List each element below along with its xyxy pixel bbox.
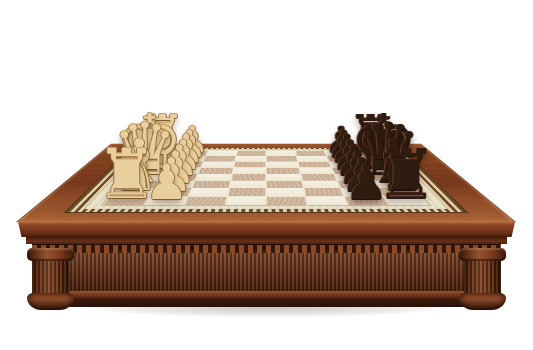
square-d4[interactable]	[230, 174, 266, 181]
corner-column-right	[459, 248, 506, 310]
square-d5[interactable]	[266, 174, 302, 181]
square-a5[interactable]	[266, 196, 307, 205]
column-capital	[459, 248, 506, 261]
dentil-molding	[32, 244, 501, 253]
base-plinth	[44, 300, 489, 307]
fluted-frieze-panel	[44, 253, 489, 291]
square-b4[interactable]	[227, 188, 266, 196]
column-shaft	[32, 261, 69, 294]
base-molding	[38, 291, 495, 300]
square-c5[interactable]	[266, 181, 303, 188]
piece-white-rook[interactable]: ♜	[96, 141, 157, 209]
board-top	[16, 144, 516, 222]
column-capital	[27, 248, 74, 261]
column-foot	[27, 293, 74, 310]
board-frame-front-face	[18, 222, 515, 237]
square-c4[interactable]	[229, 181, 266, 188]
corner-column-left	[27, 248, 74, 310]
piece-black-pawn[interactable]: ♟	[344, 158, 387, 206]
chess-set-photo: ♜♞♝♛♚♝♞♜♟♟♟♟♟♟♟♟♟♟♟♟♟♟♟♟♜♞♝♛♚♝♞♜	[0, 0, 533, 350]
frame-cove-molding	[26, 237, 507, 244]
square-a4[interactable]	[225, 196, 266, 205]
column-shaft	[464, 261, 501, 294]
square-b5[interactable]	[266, 188, 305, 196]
column-foot	[459, 293, 506, 310]
